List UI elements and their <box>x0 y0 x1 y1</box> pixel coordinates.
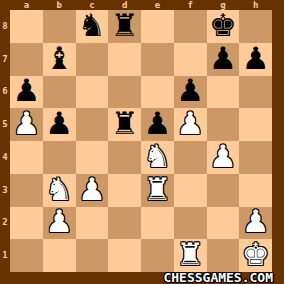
square-h8 <box>239 10 272 43</box>
square-e2 <box>141 207 174 240</box>
square-e3: ♜ <box>141 174 174 207</box>
square-d6 <box>108 76 141 109</box>
black-knight-c8: ♞ <box>78 10 106 41</box>
black-bishop-b7: ♝ <box>45 43 73 74</box>
square-c7 <box>76 43 109 76</box>
square-b2: ♟ <box>43 207 76 240</box>
black-king-g8: ♚ <box>209 10 237 41</box>
square-e8 <box>141 10 174 43</box>
square-e7 <box>141 43 174 76</box>
square-f7 <box>174 43 207 76</box>
black-pawn-e5: ♟ <box>143 108 171 139</box>
square-d2 <box>108 207 141 240</box>
square-f8 <box>174 10 207 43</box>
black-pawn-f6: ♟ <box>176 76 204 107</box>
square-b6 <box>43 76 76 109</box>
file-label-h: h <box>239 0 272 10</box>
black-pawn-g7: ♟ <box>209 43 237 74</box>
rank-label-3: 3 <box>0 174 10 207</box>
square-a6: ♟ <box>10 76 43 109</box>
square-g6 <box>207 76 240 109</box>
square-h5 <box>239 108 272 141</box>
file-label-a: a <box>10 0 43 10</box>
square-c2 <box>76 207 109 240</box>
square-a2 <box>10 207 43 240</box>
rank-label-2: 2 <box>0 207 10 240</box>
square-b8 <box>43 10 76 43</box>
square-g8: ♚ <box>207 10 240 43</box>
square-b1 <box>43 239 76 272</box>
square-a8 <box>10 10 43 43</box>
square-c5 <box>76 108 109 141</box>
square-a1 <box>10 239 43 272</box>
square-a5: ♟ <box>10 108 43 141</box>
black-pawn-a6: ♟ <box>12 76 40 107</box>
square-f5: ♟ <box>174 108 207 141</box>
black-pawn-h7: ♟ <box>242 43 270 74</box>
square-d7 <box>108 43 141 76</box>
black-pawn-b5: ♟ <box>45 108 73 139</box>
rank-label-6: 6 <box>0 76 10 109</box>
square-e1 <box>141 239 174 272</box>
white-rook-e3: ♜ <box>143 174 171 205</box>
rank-labels: 87654321 <box>0 10 10 272</box>
square-h7: ♟ <box>239 43 272 76</box>
rank-label-1: 1 <box>0 239 10 272</box>
square-d8: ♜ <box>108 10 141 43</box>
square-c3: ♟ <box>76 174 109 207</box>
square-b7: ♝ <box>43 43 76 76</box>
square-g5 <box>207 108 240 141</box>
square-e6 <box>141 76 174 109</box>
square-d1 <box>108 239 141 272</box>
white-pawn-g4: ♟ <box>209 141 237 172</box>
square-h4 <box>239 141 272 174</box>
rank-label-5: 5 <box>0 108 10 141</box>
site-watermark: CHESSGAMES.COM <box>163 271 273 284</box>
file-label-e: e <box>141 0 174 10</box>
file-labels: abcdefgh <box>10 0 272 10</box>
square-h1: ♚ <box>239 239 272 272</box>
square-c6 <box>76 76 109 109</box>
white-rook-f1: ♜ <box>176 239 204 270</box>
chess-diagram: abcdefgh 87654321 ♞♜♚♝♟♟♟♟♟♟♜♟♟♞♟♞♟♜♟♟♜♚… <box>0 0 284 284</box>
black-rook-d8: ♜ <box>111 10 139 41</box>
square-d5: ♜ <box>108 108 141 141</box>
square-f2 <box>174 207 207 240</box>
chess-board: ♞♜♚♝♟♟♟♟♟♟♜♟♟♞♟♞♟♜♟♟♜♚ <box>10 10 272 272</box>
white-pawn-f5: ♟ <box>176 108 204 139</box>
square-f3 <box>174 174 207 207</box>
square-g4: ♟ <box>207 141 240 174</box>
square-f6: ♟ <box>174 76 207 109</box>
white-pawn-b2: ♟ <box>45 207 73 238</box>
file-label-b: b <box>43 0 76 10</box>
square-d4 <box>108 141 141 174</box>
white-king-h1: ♚ <box>242 239 270 270</box>
square-e5: ♟ <box>141 108 174 141</box>
square-c8: ♞ <box>76 10 109 43</box>
square-h3 <box>239 174 272 207</box>
file-label-d: d <box>108 0 141 10</box>
square-g7: ♟ <box>207 43 240 76</box>
square-f1: ♜ <box>174 239 207 272</box>
square-b4 <box>43 141 76 174</box>
white-pawn-c3: ♟ <box>78 174 106 205</box>
square-d3 <box>108 174 141 207</box>
white-pawn-h2: ♟ <box>242 207 270 238</box>
square-c1 <box>76 239 109 272</box>
square-a3 <box>10 174 43 207</box>
square-f4 <box>174 141 207 174</box>
square-g3 <box>207 174 240 207</box>
white-pawn-a5: ♟ <box>12 108 40 139</box>
square-a4 <box>10 141 43 174</box>
black-rook-d5: ♜ <box>111 108 139 139</box>
square-e4: ♞ <box>141 141 174 174</box>
square-g2 <box>207 207 240 240</box>
file-label-c: c <box>76 0 109 10</box>
rank-label-4: 4 <box>0 141 10 174</box>
white-knight-b3: ♞ <box>45 174 73 205</box>
square-b5: ♟ <box>43 108 76 141</box>
square-g1 <box>207 239 240 272</box>
square-h2: ♟ <box>239 207 272 240</box>
white-knight-e4: ♞ <box>143 141 171 172</box>
rank-label-8: 8 <box>0 10 10 43</box>
square-h6 <box>239 76 272 109</box>
file-label-g: g <box>207 0 240 10</box>
file-label-f: f <box>174 0 207 10</box>
square-c4 <box>76 141 109 174</box>
square-b3: ♞ <box>43 174 76 207</box>
square-a7 <box>10 43 43 76</box>
rank-label-7: 7 <box>0 43 10 76</box>
